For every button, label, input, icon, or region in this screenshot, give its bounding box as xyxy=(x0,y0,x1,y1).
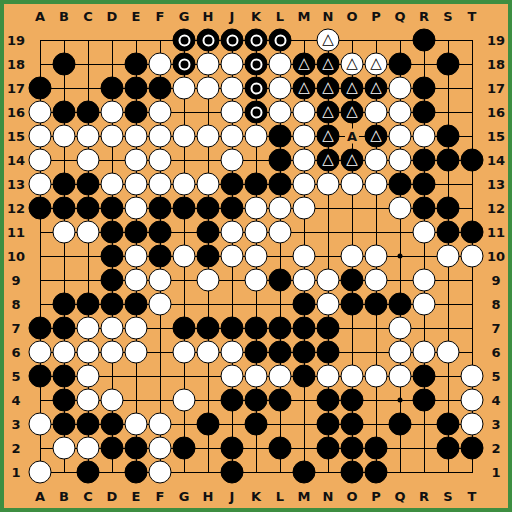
intersection-E18[interactable] xyxy=(124,52,148,76)
intersection-F5[interactable] xyxy=(148,364,172,388)
intersection-B17[interactable] xyxy=(52,76,76,100)
intersection-F2[interactable] xyxy=(148,436,172,460)
intersection-H14[interactable] xyxy=(196,148,220,172)
intersection-S5[interactable] xyxy=(436,364,460,388)
intersection-Q14[interactable] xyxy=(388,148,412,172)
intersection-A11[interactable] xyxy=(28,220,52,244)
intersection-E19[interactable] xyxy=(124,28,148,52)
intersection-D1[interactable] xyxy=(100,460,124,484)
intersection-J4[interactable] xyxy=(220,388,244,412)
intersection-D15[interactable] xyxy=(100,124,124,148)
intersection-C15[interactable] xyxy=(76,124,100,148)
intersection-S2[interactable] xyxy=(436,436,460,460)
intersection-E12[interactable] xyxy=(124,196,148,220)
intersection-D5[interactable] xyxy=(100,364,124,388)
intersection-L16[interactable] xyxy=(268,100,292,124)
intersection-A2[interactable] xyxy=(28,436,52,460)
intersection-S18[interactable] xyxy=(436,52,460,76)
intersection-J12[interactable] xyxy=(220,196,244,220)
intersection-N4[interactable] xyxy=(316,388,340,412)
intersection-M4[interactable] xyxy=(292,388,316,412)
intersection-J18[interactable] xyxy=(220,52,244,76)
intersection-P13[interactable] xyxy=(364,172,388,196)
intersection-L15[interactable] xyxy=(268,124,292,148)
intersection-S14[interactable] xyxy=(436,148,460,172)
intersection-K1[interactable] xyxy=(244,460,268,484)
intersection-H16[interactable] xyxy=(196,100,220,124)
intersection-G7[interactable] xyxy=(172,316,196,340)
intersection-N12[interactable] xyxy=(316,196,340,220)
intersection-D14[interactable] xyxy=(100,148,124,172)
intersection-K16[interactable] xyxy=(244,100,268,124)
intersection-H1[interactable] xyxy=(196,460,220,484)
intersection-O5[interactable] xyxy=(340,364,364,388)
intersection-P11[interactable] xyxy=(364,220,388,244)
intersection-N9[interactable] xyxy=(316,268,340,292)
intersection-N2[interactable] xyxy=(316,436,340,460)
intersection-D8[interactable] xyxy=(100,292,124,316)
intersection-Q17[interactable] xyxy=(388,76,412,100)
intersection-C19[interactable] xyxy=(76,28,100,52)
intersection-M7[interactable] xyxy=(292,316,316,340)
intersection-N18[interactable]: △ xyxy=(316,52,340,76)
intersection-L1[interactable] xyxy=(268,460,292,484)
intersection-S7[interactable] xyxy=(436,316,460,340)
intersection-D6[interactable] xyxy=(100,340,124,364)
intersection-J16[interactable] xyxy=(220,100,244,124)
intersection-N8[interactable] xyxy=(316,292,340,316)
intersection-E7[interactable] xyxy=(124,316,148,340)
intersection-M3[interactable] xyxy=(292,412,316,436)
intersection-F15[interactable] xyxy=(148,124,172,148)
intersection-L9[interactable] xyxy=(268,268,292,292)
intersection-C10[interactable] xyxy=(76,244,100,268)
intersection-G14[interactable] xyxy=(172,148,196,172)
intersection-C6[interactable] xyxy=(76,340,100,364)
intersection-N6[interactable] xyxy=(316,340,340,364)
intersection-K6[interactable] xyxy=(244,340,268,364)
intersection-F19[interactable] xyxy=(148,28,172,52)
intersection-N14[interactable]: △ xyxy=(316,148,340,172)
intersection-H8[interactable] xyxy=(196,292,220,316)
intersection-B3[interactable] xyxy=(52,412,76,436)
intersection-T6[interactable] xyxy=(460,340,484,364)
intersection-S3[interactable] xyxy=(436,412,460,436)
intersection-A1[interactable] xyxy=(28,460,52,484)
intersection-C18[interactable] xyxy=(76,52,100,76)
intersection-S13[interactable] xyxy=(436,172,460,196)
intersection-L7[interactable] xyxy=(268,316,292,340)
intersection-Q2[interactable] xyxy=(388,436,412,460)
intersection-A19[interactable] xyxy=(28,28,52,52)
intersection-H2[interactable] xyxy=(196,436,220,460)
intersection-G16[interactable] xyxy=(172,100,196,124)
intersection-C7[interactable] xyxy=(76,316,100,340)
intersection-K11[interactable] xyxy=(244,220,268,244)
intersection-A18[interactable] xyxy=(28,52,52,76)
intersection-R14[interactable] xyxy=(412,148,436,172)
intersection-T14[interactable] xyxy=(460,148,484,172)
intersection-H19[interactable] xyxy=(196,28,220,52)
intersection-F1[interactable] xyxy=(148,460,172,484)
intersection-B7[interactable] xyxy=(52,316,76,340)
intersection-H9[interactable] xyxy=(196,268,220,292)
intersection-Q4[interactable] xyxy=(388,388,412,412)
intersection-R1[interactable] xyxy=(412,460,436,484)
intersection-G5[interactable] xyxy=(172,364,196,388)
intersection-L11[interactable] xyxy=(268,220,292,244)
intersection-O14[interactable]: △ xyxy=(340,148,364,172)
intersection-Q15[interactable] xyxy=(388,124,412,148)
intersection-J14[interactable] xyxy=(220,148,244,172)
intersection-B11[interactable] xyxy=(52,220,76,244)
intersection-B8[interactable] xyxy=(52,292,76,316)
intersection-E13[interactable] xyxy=(124,172,148,196)
intersection-E6[interactable] xyxy=(124,340,148,364)
intersection-F11[interactable] xyxy=(148,220,172,244)
intersection-J19[interactable] xyxy=(220,28,244,52)
intersection-R17[interactable] xyxy=(412,76,436,100)
intersection-O3[interactable] xyxy=(340,412,364,436)
intersection-K14[interactable] xyxy=(244,148,268,172)
intersection-T17[interactable] xyxy=(460,76,484,100)
intersection-O1[interactable] xyxy=(340,460,364,484)
intersection-O7[interactable] xyxy=(340,316,364,340)
intersection-E3[interactable] xyxy=(124,412,148,436)
intersection-G2[interactable] xyxy=(172,436,196,460)
intersection-D19[interactable] xyxy=(100,28,124,52)
intersection-G13[interactable] xyxy=(172,172,196,196)
intersection-S17[interactable] xyxy=(436,76,460,100)
intersection-L17[interactable] xyxy=(268,76,292,100)
intersection-R6[interactable] xyxy=(412,340,436,364)
intersection-L2[interactable] xyxy=(268,436,292,460)
intersection-D4[interactable] xyxy=(100,388,124,412)
intersection-O16[interactable]: △ xyxy=(340,100,364,124)
intersection-J2[interactable] xyxy=(220,436,244,460)
intersection-O11[interactable] xyxy=(340,220,364,244)
intersection-C16[interactable] xyxy=(76,100,100,124)
intersection-D10[interactable] xyxy=(100,244,124,268)
intersection-C5[interactable] xyxy=(76,364,100,388)
intersection-A5[interactable] xyxy=(28,364,52,388)
intersection-T9[interactable] xyxy=(460,268,484,292)
intersection-G17[interactable] xyxy=(172,76,196,100)
intersection-T18[interactable] xyxy=(460,52,484,76)
intersection-G8[interactable] xyxy=(172,292,196,316)
intersection-M17[interactable]: △ xyxy=(292,76,316,100)
intersection-M1[interactable] xyxy=(292,460,316,484)
intersection-F8[interactable] xyxy=(148,292,172,316)
intersection-A15[interactable] xyxy=(28,124,52,148)
intersection-H18[interactable] xyxy=(196,52,220,76)
intersection-J5[interactable] xyxy=(220,364,244,388)
intersection-O19[interactable] xyxy=(340,28,364,52)
intersection-R10[interactable] xyxy=(412,244,436,268)
intersection-B15[interactable] xyxy=(52,124,76,148)
intersection-J9[interactable] xyxy=(220,268,244,292)
intersection-D11[interactable] xyxy=(100,220,124,244)
intersection-B19[interactable] xyxy=(52,28,76,52)
intersection-L4[interactable] xyxy=(268,388,292,412)
intersection-S15[interactable] xyxy=(436,124,460,148)
intersection-R2[interactable] xyxy=(412,436,436,460)
intersection-P12[interactable] xyxy=(364,196,388,220)
intersection-M16[interactable] xyxy=(292,100,316,124)
intersection-A14[interactable] xyxy=(28,148,52,172)
intersection-O17[interactable]: △ xyxy=(340,76,364,100)
intersection-M15[interactable] xyxy=(292,124,316,148)
intersection-S12[interactable] xyxy=(436,196,460,220)
intersection-B6[interactable] xyxy=(52,340,76,364)
intersection-P9[interactable] xyxy=(364,268,388,292)
intersection-Q5[interactable] xyxy=(388,364,412,388)
intersection-G3[interactable] xyxy=(172,412,196,436)
intersection-D9[interactable] xyxy=(100,268,124,292)
intersection-L3[interactable] xyxy=(268,412,292,436)
intersection-H7[interactable] xyxy=(196,316,220,340)
intersection-Q10[interactable] xyxy=(388,244,412,268)
intersection-D16[interactable] xyxy=(100,100,124,124)
intersection-T7[interactable] xyxy=(460,316,484,340)
intersection-H15[interactable] xyxy=(196,124,220,148)
intersection-N5[interactable] xyxy=(316,364,340,388)
intersection-C4[interactable] xyxy=(76,388,100,412)
intersection-T8[interactable] xyxy=(460,292,484,316)
intersection-T3[interactable] xyxy=(460,412,484,436)
intersection-D3[interactable] xyxy=(100,412,124,436)
intersection-B18[interactable] xyxy=(52,52,76,76)
intersection-A3[interactable] xyxy=(28,412,52,436)
intersection-P5[interactable] xyxy=(364,364,388,388)
intersection-F17[interactable] xyxy=(148,76,172,100)
intersection-C8[interactable] xyxy=(76,292,100,316)
intersection-A7[interactable] xyxy=(28,316,52,340)
intersection-J10[interactable] xyxy=(220,244,244,268)
intersection-H11[interactable] xyxy=(196,220,220,244)
intersection-E9[interactable] xyxy=(124,268,148,292)
intersection-Q9[interactable] xyxy=(388,268,412,292)
intersection-P1[interactable] xyxy=(364,460,388,484)
intersection-A4[interactable] xyxy=(28,388,52,412)
intersection-A13[interactable] xyxy=(28,172,52,196)
intersection-K19[interactable] xyxy=(244,28,268,52)
intersection-L6[interactable] xyxy=(268,340,292,364)
intersection-B4[interactable] xyxy=(52,388,76,412)
intersection-T19[interactable] xyxy=(460,28,484,52)
intersection-S11[interactable] xyxy=(436,220,460,244)
intersection-C13[interactable] xyxy=(76,172,100,196)
intersection-L14[interactable] xyxy=(268,148,292,172)
intersection-M8[interactable] xyxy=(292,292,316,316)
intersection-G12[interactable] xyxy=(172,196,196,220)
intersection-M19[interactable] xyxy=(292,28,316,52)
intersection-R3[interactable] xyxy=(412,412,436,436)
intersection-K8[interactable] xyxy=(244,292,268,316)
intersection-Q1[interactable] xyxy=(388,460,412,484)
intersection-C11[interactable] xyxy=(76,220,100,244)
intersection-G18[interactable] xyxy=(172,52,196,76)
intersection-M18[interactable]: △ xyxy=(292,52,316,76)
intersection-R15[interactable] xyxy=(412,124,436,148)
intersection-M12[interactable] xyxy=(292,196,316,220)
intersection-T4[interactable] xyxy=(460,388,484,412)
intersection-G19[interactable] xyxy=(172,28,196,52)
intersection-P2[interactable] xyxy=(364,436,388,460)
intersection-O4[interactable] xyxy=(340,388,364,412)
intersection-H6[interactable] xyxy=(196,340,220,364)
intersection-O2[interactable] xyxy=(340,436,364,460)
intersection-P8[interactable] xyxy=(364,292,388,316)
intersection-A10[interactable] xyxy=(28,244,52,268)
intersection-L13[interactable] xyxy=(268,172,292,196)
intersection-E14[interactable] xyxy=(124,148,148,172)
intersection-A12[interactable] xyxy=(28,196,52,220)
intersection-M10[interactable] xyxy=(292,244,316,268)
intersection-K15[interactable] xyxy=(244,124,268,148)
intersection-E5[interactable] xyxy=(124,364,148,388)
intersection-B2[interactable] xyxy=(52,436,76,460)
intersection-R19[interactable] xyxy=(412,28,436,52)
intersection-C1[interactable] xyxy=(76,460,100,484)
intersection-G6[interactable] xyxy=(172,340,196,364)
intersection-Q6[interactable] xyxy=(388,340,412,364)
intersection-G10[interactable] xyxy=(172,244,196,268)
intersection-N3[interactable] xyxy=(316,412,340,436)
intersection-R4[interactable] xyxy=(412,388,436,412)
intersection-R11[interactable] xyxy=(412,220,436,244)
intersection-K3[interactable] xyxy=(244,412,268,436)
intersection-C12[interactable] xyxy=(76,196,100,220)
intersection-J17[interactable] xyxy=(220,76,244,100)
intersection-E16[interactable] xyxy=(124,100,148,124)
intersection-K5[interactable] xyxy=(244,364,268,388)
intersection-S8[interactable] xyxy=(436,292,460,316)
intersection-B1[interactable] xyxy=(52,460,76,484)
intersection-K18[interactable] xyxy=(244,52,268,76)
intersection-E4[interactable] xyxy=(124,388,148,412)
intersection-M13[interactable] xyxy=(292,172,316,196)
intersection-A8[interactable] xyxy=(28,292,52,316)
intersection-M6[interactable] xyxy=(292,340,316,364)
intersection-B5[interactable] xyxy=(52,364,76,388)
intersection-T10[interactable] xyxy=(460,244,484,268)
intersection-N11[interactable] xyxy=(316,220,340,244)
intersection-O9[interactable] xyxy=(340,268,364,292)
intersection-Q3[interactable] xyxy=(388,412,412,436)
intersection-N17[interactable]: △ xyxy=(316,76,340,100)
intersection-T2[interactable] xyxy=(460,436,484,460)
intersection-R16[interactable] xyxy=(412,100,436,124)
intersection-F14[interactable] xyxy=(148,148,172,172)
intersection-N15[interactable]: △ xyxy=(316,124,340,148)
intersection-E11[interactable] xyxy=(124,220,148,244)
intersection-F9[interactable] xyxy=(148,268,172,292)
intersection-N16[interactable]: △ xyxy=(316,100,340,124)
intersection-J6[interactable] xyxy=(220,340,244,364)
intersection-B10[interactable] xyxy=(52,244,76,268)
intersection-G11[interactable] xyxy=(172,220,196,244)
intersection-F3[interactable] xyxy=(148,412,172,436)
intersection-T16[interactable] xyxy=(460,100,484,124)
intersection-P14[interactable] xyxy=(364,148,388,172)
intersection-M11[interactable] xyxy=(292,220,316,244)
intersection-M2[interactable] xyxy=(292,436,316,460)
intersection-N7[interactable] xyxy=(316,316,340,340)
intersection-K9[interactable] xyxy=(244,268,268,292)
intersection-F6[interactable] xyxy=(148,340,172,364)
intersection-F12[interactable] xyxy=(148,196,172,220)
intersection-G4[interactable] xyxy=(172,388,196,412)
intersection-D7[interactable] xyxy=(100,316,124,340)
intersection-O10[interactable] xyxy=(340,244,364,268)
intersection-H5[interactable] xyxy=(196,364,220,388)
intersection-C17[interactable] xyxy=(76,76,100,100)
intersection-K4[interactable] xyxy=(244,388,268,412)
intersection-O12[interactable] xyxy=(340,196,364,220)
intersection-D18[interactable] xyxy=(100,52,124,76)
intersection-M5[interactable] xyxy=(292,364,316,388)
intersection-S1[interactable] xyxy=(436,460,460,484)
intersection-M9[interactable] xyxy=(292,268,316,292)
intersection-E10[interactable] xyxy=(124,244,148,268)
intersection-E15[interactable] xyxy=(124,124,148,148)
intersection-S19[interactable] xyxy=(436,28,460,52)
intersection-P3[interactable] xyxy=(364,412,388,436)
intersection-Q13[interactable] xyxy=(388,172,412,196)
intersection-T11[interactable] xyxy=(460,220,484,244)
intersection-B16[interactable] xyxy=(52,100,76,124)
intersection-H4[interactable] xyxy=(196,388,220,412)
intersection-F16[interactable] xyxy=(148,100,172,124)
intersection-L8[interactable] xyxy=(268,292,292,316)
intersection-F4[interactable] xyxy=(148,388,172,412)
intersection-T13[interactable] xyxy=(460,172,484,196)
intersection-P18[interactable]: △ xyxy=(364,52,388,76)
intersection-Q11[interactable] xyxy=(388,220,412,244)
intersection-H10[interactable] xyxy=(196,244,220,268)
intersection-T5[interactable] xyxy=(460,364,484,388)
intersection-Q8[interactable] xyxy=(388,292,412,316)
intersection-Q12[interactable] xyxy=(388,196,412,220)
intersection-N10[interactable] xyxy=(316,244,340,268)
intersection-P19[interactable] xyxy=(364,28,388,52)
intersection-P7[interactable] xyxy=(364,316,388,340)
intersection-S16[interactable] xyxy=(436,100,460,124)
intersection-T12[interactable] xyxy=(460,196,484,220)
intersection-F13[interactable] xyxy=(148,172,172,196)
intersection-J1[interactable] xyxy=(220,460,244,484)
intersection-S4[interactable] xyxy=(436,388,460,412)
intersection-L19[interactable] xyxy=(268,28,292,52)
intersection-A6[interactable] xyxy=(28,340,52,364)
intersection-R8[interactable] xyxy=(412,292,436,316)
intersection-K13[interactable] xyxy=(244,172,268,196)
intersection-D12[interactable] xyxy=(100,196,124,220)
intersection-H13[interactable] xyxy=(196,172,220,196)
intersection-R9[interactable] xyxy=(412,268,436,292)
intersection-B14[interactable] xyxy=(52,148,76,172)
intersection-K10[interactable] xyxy=(244,244,268,268)
intersection-G9[interactable] xyxy=(172,268,196,292)
intersection-D13[interactable] xyxy=(100,172,124,196)
intersection-Q19[interactable] xyxy=(388,28,412,52)
intersection-B9[interactable] xyxy=(52,268,76,292)
intersection-P16[interactable] xyxy=(364,100,388,124)
intersection-O13[interactable] xyxy=(340,172,364,196)
intersection-J15[interactable] xyxy=(220,124,244,148)
intersection-J3[interactable] xyxy=(220,412,244,436)
